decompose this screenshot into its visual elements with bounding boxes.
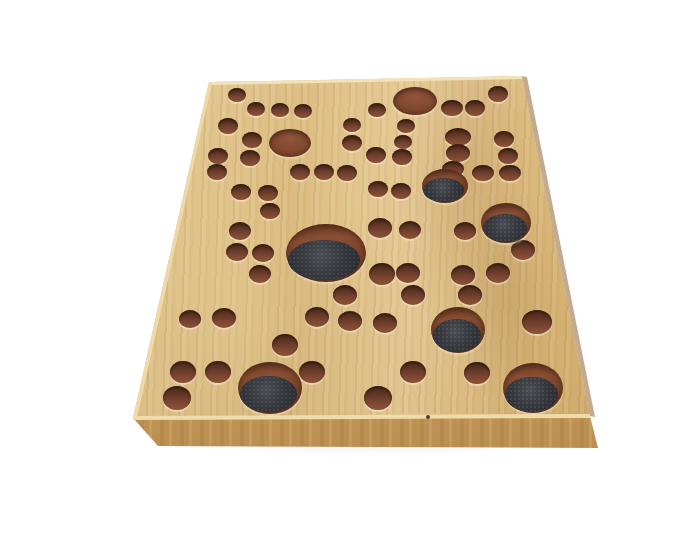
perforation-hole-small <box>271 103 289 117</box>
perforation-hole-small <box>494 131 514 147</box>
felt-backing <box>423 178 464 202</box>
perforation-hole-small <box>258 185 278 201</box>
perforation-hole-medium <box>458 285 482 305</box>
perforation-hole-small <box>179 310 201 328</box>
perforation-hole-small <box>511 240 535 260</box>
perforation-hole-small <box>441 100 463 116</box>
perforation-hole-small <box>305 307 329 327</box>
perforation-hole-small <box>231 184 251 200</box>
perforation-hole-medium <box>299 361 325 383</box>
perforation-hole-small <box>373 313 397 333</box>
perforation-hole-small <box>399 221 421 239</box>
perforation-hole-small <box>498 148 518 164</box>
perforation-hole-small <box>488 86 508 102</box>
perforation-hole-medium <box>451 265 475 285</box>
perforation-hole-small <box>454 222 476 240</box>
perforation-hole-felt <box>422 169 468 203</box>
perforation-hole-medium <box>364 386 392 410</box>
perforation-hole-small <box>290 164 310 180</box>
felt-backing <box>505 377 558 412</box>
perforation-hole-felt <box>431 307 485 353</box>
perforation-hole-small <box>338 311 362 331</box>
perforation-hole-medium <box>401 285 425 305</box>
perforation-hole-small <box>368 181 388 197</box>
perforation-hole-small <box>465 100 485 116</box>
perforation-hole-large-brown <box>269 129 311 157</box>
perforation-hole-small <box>333 285 357 305</box>
perforation-hole-small <box>212 308 236 328</box>
perforation-hole-small <box>343 118 361 132</box>
perforation-hole-small <box>260 203 280 219</box>
perforation-hole-medium <box>446 144 470 162</box>
perforation-hole-medium <box>464 362 490 384</box>
perforation-hole-small <box>499 165 521 181</box>
perforation-hole-felt <box>503 363 563 413</box>
perforation-hole-small <box>337 165 357 181</box>
felt-backing <box>288 240 359 281</box>
perforation-hole-small <box>249 265 271 283</box>
perforation-hole-small <box>342 135 362 151</box>
perforation-hole-small <box>240 150 260 166</box>
perforation-hole-medium <box>400 361 426 383</box>
perforation-hole-small <box>247 102 265 116</box>
perforation-holes <box>0 0 700 538</box>
perforation-hole-medium <box>170 361 196 383</box>
felt-backing <box>483 214 528 242</box>
perforation-hole-small <box>294 104 312 118</box>
perforation-hole-small <box>314 164 334 180</box>
perforation-hole-small <box>218 118 238 134</box>
perforation-hole-medium <box>163 386 191 410</box>
perforation-hole-small <box>366 147 386 163</box>
perforation-hole-knot <box>426 415 430 419</box>
perforation-hole-medium <box>272 334 298 356</box>
felt-backing <box>240 376 297 412</box>
perforation-hole-small <box>472 165 494 181</box>
perforation-hole-small <box>226 243 248 261</box>
perforation-hole-small <box>368 103 386 117</box>
perforation-hole-felt <box>238 362 302 414</box>
perforation-hole-medium <box>486 263 510 283</box>
acoustic-panel-photo <box>0 0 700 538</box>
perforation-hole-small <box>229 222 251 240</box>
perforation-hole-small <box>394 135 412 149</box>
perforation-hole-large-brown <box>393 87 437 115</box>
perforation-hole-small <box>252 244 274 262</box>
perforation-hole-small <box>368 218 392 238</box>
perforation-hole-small <box>392 149 412 165</box>
perforation-hole-felt <box>286 224 366 282</box>
felt-backing <box>433 319 481 351</box>
perforation-hole-medium <box>369 263 395 285</box>
perforation-hole-small <box>397 119 415 133</box>
perforation-hole-small <box>391 183 411 199</box>
perforation-hole-small <box>242 132 262 148</box>
perforation-hole-medium <box>522 310 552 334</box>
perforation-hole-felt <box>481 203 531 243</box>
perforation-hole-small <box>228 88 246 102</box>
perforation-hole-medium <box>396 263 420 283</box>
perforation-hole-small <box>207 164 227 180</box>
perforation-hole-medium <box>205 361 231 383</box>
perforation-hole-small <box>208 148 228 164</box>
